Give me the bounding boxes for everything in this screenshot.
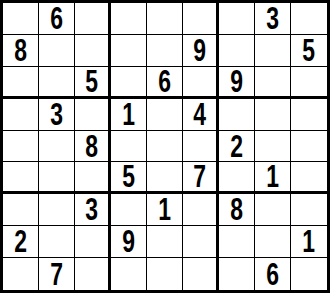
given-digit: 5	[85, 67, 98, 97]
cell-r6c1[interactable]	[3, 162, 39, 194]
cell-r7c6[interactable]	[183, 194, 219, 226]
cell-r6c2[interactable]	[39, 162, 75, 194]
cell-r2c2[interactable]	[39, 35, 75, 67]
given-digit: 2	[230, 131, 243, 162]
cell-r6c5[interactable]	[147, 162, 183, 194]
cell-r2c1[interactable]: 8	[3, 35, 39, 67]
cell-r4c1[interactable]	[3, 99, 39, 131]
given-digit: 3	[50, 99, 63, 130]
cell-r2c9[interactable]: 5	[291, 35, 327, 67]
cell-r4c5[interactable]	[147, 99, 183, 131]
cell-r8c1[interactable]: 2	[3, 226, 39, 258]
cell-r3c2[interactable]	[39, 67, 75, 99]
cell-r3c1[interactable]	[3, 67, 39, 99]
cell-r1c9[interactable]	[291, 3, 327, 35]
cell-r8c7[interactable]	[219, 226, 255, 258]
cell-r8c3[interactable]	[75, 226, 111, 258]
given-digit: 1	[303, 226, 316, 257]
cell-r4c8[interactable]	[255, 99, 291, 131]
given-digit: 6	[50, 3, 63, 34]
given-digit: 1	[158, 194, 171, 225]
cell-r7c4[interactable]	[111, 194, 147, 226]
given-digit: 1	[266, 162, 279, 192]
cell-r5c2[interactable]	[39, 131, 75, 163]
given-digit: 6	[266, 259, 279, 290]
cell-r4c3[interactable]	[75, 99, 111, 131]
cell-r1c8[interactable]: 3	[255, 3, 291, 35]
cell-r1c2[interactable]: 6	[39, 3, 75, 35]
cell-r8c2[interactable]	[39, 226, 75, 258]
cell-r3c4[interactable]	[111, 67, 147, 99]
cell-r9c1[interactable]	[3, 258, 39, 290]
given-digit: 2	[14, 226, 27, 257]
given-digit: 3	[266, 3, 279, 34]
cell-r5c3[interactable]: 8	[75, 131, 111, 163]
cell-r1c4[interactable]	[111, 3, 147, 35]
cell-r6c4[interactable]: 5	[111, 162, 147, 194]
cell-r3c9[interactable]	[291, 67, 327, 99]
cell-r5c5[interactable]	[147, 131, 183, 163]
sudoku-board: 638955693148257131829176	[0, 0, 330, 293]
cell-r9c7[interactable]	[219, 258, 255, 290]
cell-r5c1[interactable]	[3, 131, 39, 163]
cell-r8c6[interactable]	[183, 226, 219, 258]
cell-r7c1[interactable]	[3, 194, 39, 226]
given-digit: 9	[230, 67, 243, 97]
cell-r9c2[interactable]: 7	[39, 258, 75, 290]
cell-r7c9[interactable]	[291, 194, 327, 226]
cell-r2c4[interactable]	[111, 35, 147, 67]
cell-r9c3[interactable]	[75, 258, 111, 290]
cell-r1c5[interactable]	[147, 3, 183, 35]
cell-r2c6[interactable]: 9	[183, 35, 219, 67]
cell-r5c6[interactable]	[183, 131, 219, 163]
cell-r7c3[interactable]: 3	[75, 194, 111, 226]
given-digit: 5	[303, 35, 316, 66]
cell-r3c8[interactable]	[255, 67, 291, 99]
given-digit: 9	[122, 226, 135, 257]
cell-r9c4[interactable]	[111, 258, 147, 290]
cell-r8c8[interactable]	[255, 226, 291, 258]
cell-r9c8[interactable]: 6	[255, 258, 291, 290]
cell-r4c7[interactable]	[219, 99, 255, 131]
given-digit: 4	[193, 99, 206, 130]
given-digit: 1	[122, 99, 135, 130]
given-digit: 9	[193, 35, 206, 66]
cell-r5c7[interactable]: 2	[219, 131, 255, 163]
cell-r6c6[interactable]: 7	[183, 162, 219, 194]
cell-r8c5[interactable]	[147, 226, 183, 258]
given-digit: 8	[230, 194, 243, 225]
cell-r7c5[interactable]: 1	[147, 194, 183, 226]
given-digit: 3	[85, 194, 98, 225]
given-digit: 7	[50, 259, 63, 290]
cell-r3c7[interactable]: 9	[219, 67, 255, 99]
cell-r1c7[interactable]	[219, 3, 255, 35]
cell-r4c9[interactable]	[291, 99, 327, 131]
cell-r9c9[interactable]	[291, 258, 327, 290]
cell-r2c8[interactable]	[255, 35, 291, 67]
given-digit: 7	[193, 162, 206, 192]
given-digit: 8	[14, 35, 27, 66]
cell-r8c9[interactable]: 1	[291, 226, 327, 258]
cell-r9c6[interactable]	[183, 258, 219, 290]
cell-r1c1[interactable]	[3, 3, 39, 35]
cell-r2c5[interactable]	[147, 35, 183, 67]
cell-r6c7[interactable]	[219, 162, 255, 194]
cell-r3c6[interactable]	[183, 67, 219, 99]
given-digit: 8	[85, 131, 98, 162]
given-digit: 6	[158, 67, 171, 97]
cell-r6c8[interactable]: 1	[255, 162, 291, 194]
cell-r4c4[interactable]: 1	[111, 99, 147, 131]
cell-r3c3[interactable]: 5	[75, 67, 111, 99]
given-digit: 5	[122, 162, 135, 192]
cell-r6c3[interactable]	[75, 162, 111, 194]
cell-r4c2[interactable]: 3	[39, 99, 75, 131]
cell-r8c4[interactable]: 9	[111, 226, 147, 258]
cell-r7c2[interactable]	[39, 194, 75, 226]
cell-r1c6[interactable]	[183, 3, 219, 35]
cell-r2c7[interactable]	[219, 35, 255, 67]
cell-r5c9[interactable]	[291, 131, 327, 163]
cell-r2c3[interactable]	[75, 35, 111, 67]
cell-r7c8[interactable]	[255, 194, 291, 226]
cell-r5c4[interactable]	[111, 131, 147, 163]
cell-r1c3[interactable]	[75, 3, 111, 35]
cell-r6c9[interactable]	[291, 162, 327, 194]
cell-r4c6[interactable]: 4	[183, 99, 219, 131]
cell-r3c5[interactable]: 6	[147, 67, 183, 99]
cell-r5c8[interactable]	[255, 131, 291, 163]
cell-r7c7[interactable]: 8	[219, 194, 255, 226]
cell-r9c5[interactable]	[147, 258, 183, 290]
